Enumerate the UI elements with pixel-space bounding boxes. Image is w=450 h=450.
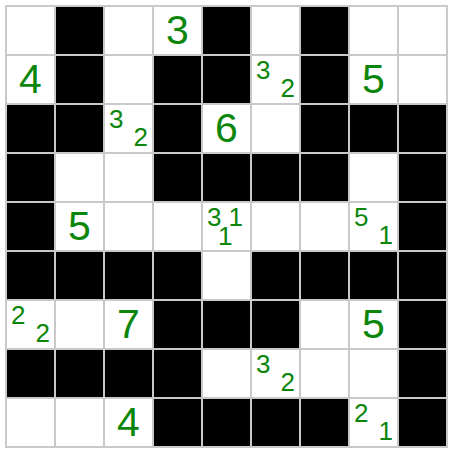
wall-cell-r9c7[interactable] xyxy=(301,399,348,446)
wall-cell-r1c2[interactable] xyxy=(56,7,103,54)
clue-number: 5 xyxy=(350,301,397,348)
wall-cell-r6c9[interactable] xyxy=(399,252,446,299)
wall-cell-r5c9[interactable] xyxy=(399,203,446,250)
empty-cell-r1c1[interactable] xyxy=(7,7,54,54)
empty-cell-r3c6[interactable] xyxy=(252,105,299,152)
clue-number: 5 xyxy=(354,204,368,231)
wall-cell-r8c2[interactable] xyxy=(56,350,103,397)
empty-cell-r1c8[interactable] xyxy=(350,7,397,54)
clue-cell-r9c8: 21 xyxy=(350,399,397,446)
wall-cell-r2c5[interactable] xyxy=(203,56,250,103)
empty-cell-r8c5[interactable] xyxy=(203,350,250,397)
clue-number: 4 xyxy=(105,399,152,446)
wall-cell-r4c1[interactable] xyxy=(7,154,54,201)
wall-cell-r8c9[interactable] xyxy=(399,350,446,397)
clue-number: 2 xyxy=(354,400,368,427)
wall-cell-r8c1[interactable] xyxy=(7,350,54,397)
clue-number: 3 xyxy=(256,351,270,378)
wall-cell-r2c4[interactable] xyxy=(154,56,201,103)
wall-cell-r3c2[interactable] xyxy=(56,105,103,152)
wall-cell-r4c9[interactable] xyxy=(399,154,446,201)
clue-number: 1 xyxy=(379,418,393,445)
empty-cell-r1c6[interactable] xyxy=(252,7,299,54)
wall-cell-r6c1[interactable] xyxy=(7,252,54,299)
empty-cell-r2c9[interactable] xyxy=(399,56,446,103)
clue-cell-r3c3: 32 xyxy=(105,105,152,152)
clue-number: 1 xyxy=(379,222,393,249)
wall-cell-r9c5[interactable] xyxy=(203,399,250,446)
empty-cell-r6c5[interactable] xyxy=(203,252,250,299)
empty-cell-r1c9[interactable] xyxy=(399,7,446,54)
clue-cell-r1c4: 3 xyxy=(154,7,201,54)
wall-cell-r6c2[interactable] xyxy=(56,252,103,299)
clue-number: 3 xyxy=(256,57,270,84)
clue-cell-r3c5: 6 xyxy=(203,105,250,152)
wall-cell-r1c5[interactable] xyxy=(203,7,250,54)
clue-cell-r2c8: 5 xyxy=(350,56,397,103)
wall-cell-r3c8[interactable] xyxy=(350,105,397,152)
wall-cell-r3c1[interactable] xyxy=(7,105,54,152)
clue-cell-r5c8: 51 xyxy=(350,203,397,250)
wall-cell-r7c5[interactable] xyxy=(203,301,250,348)
empty-cell-r4c2[interactable] xyxy=(56,154,103,201)
clue-cell-r7c8: 5 xyxy=(350,301,397,348)
empty-cell-r2c3[interactable] xyxy=(105,56,152,103)
empty-cell-r7c7[interactable] xyxy=(301,301,348,348)
clue-cell-r2c1: 4 xyxy=(7,56,54,103)
empty-cell-r9c2[interactable] xyxy=(56,399,103,446)
wall-cell-r4c4[interactable] xyxy=(154,154,201,201)
empty-cell-r5c7[interactable] xyxy=(301,203,348,250)
empty-cell-r5c4[interactable] xyxy=(154,203,201,250)
wall-cell-r5c1[interactable] xyxy=(7,203,54,250)
clue-cell-r7c3: 7 xyxy=(105,301,152,348)
clue-number: 3 xyxy=(109,106,123,133)
clue-number: 2 xyxy=(11,302,25,329)
wall-cell-r7c6[interactable] xyxy=(252,301,299,348)
clue-number: 5 xyxy=(56,203,103,250)
clue-number: 2 xyxy=(36,320,50,347)
wall-cell-r2c2[interactable] xyxy=(56,56,103,103)
empty-cell-r4c3[interactable] xyxy=(105,154,152,201)
wall-cell-r6c6[interactable] xyxy=(252,252,299,299)
clue-cell-r9c3: 4 xyxy=(105,399,152,446)
empty-cell-r8c7[interactable] xyxy=(301,350,348,397)
empty-cell-r4c8[interactable] xyxy=(350,154,397,201)
tapa-board: 34325326531151227532421 xyxy=(5,5,448,448)
wall-cell-r6c7[interactable] xyxy=(301,252,348,299)
clue-cell-r8c6: 32 xyxy=(252,350,299,397)
clue-number: 3 xyxy=(154,7,201,54)
wall-cell-r9c4[interactable] xyxy=(154,399,201,446)
empty-cell-r7c2[interactable] xyxy=(56,301,103,348)
wall-cell-r6c8[interactable] xyxy=(350,252,397,299)
clue-number: 2 xyxy=(134,124,148,151)
wall-cell-r1c7[interactable] xyxy=(301,7,348,54)
wall-cell-r8c4[interactable] xyxy=(154,350,201,397)
wall-cell-r7c9[interactable] xyxy=(399,301,446,348)
wall-cell-r8c3[interactable] xyxy=(105,350,152,397)
wall-cell-r2c7[interactable] xyxy=(301,56,348,103)
clue-cell-r7c1: 22 xyxy=(7,301,54,348)
wall-cell-r6c4[interactable] xyxy=(154,252,201,299)
wall-cell-r4c6[interactable] xyxy=(252,154,299,201)
clue-number: 2 xyxy=(281,75,295,102)
clue-number: 2 xyxy=(281,369,295,396)
wall-cell-r3c7[interactable] xyxy=(301,105,348,152)
clue-cell-r5c5: 311 xyxy=(203,203,250,250)
clue-number: 1 xyxy=(218,223,232,250)
clue-number: 6 xyxy=(203,105,250,152)
clue-number: 4 xyxy=(7,56,54,103)
clue-number: 5 xyxy=(350,56,397,103)
empty-cell-r5c3[interactable] xyxy=(105,203,152,250)
wall-cell-r7c4[interactable] xyxy=(154,301,201,348)
wall-cell-r4c7[interactable] xyxy=(301,154,348,201)
wall-cell-r4c5[interactable] xyxy=(203,154,250,201)
wall-cell-r9c6[interactable] xyxy=(252,399,299,446)
clue-cell-r5c2: 5 xyxy=(56,203,103,250)
empty-cell-r5c6[interactable] xyxy=(252,203,299,250)
wall-cell-r3c9[interactable] xyxy=(399,105,446,152)
wall-cell-r6c3[interactable] xyxy=(105,252,152,299)
wall-cell-r9c9[interactable] xyxy=(399,399,446,446)
wall-cell-r3c4[interactable] xyxy=(154,105,201,152)
clue-cell-r2c6: 32 xyxy=(252,56,299,103)
empty-cell-r1c3[interactable] xyxy=(105,7,152,54)
clue-number: 7 xyxy=(105,301,152,348)
empty-cell-r8c8[interactable] xyxy=(350,350,397,397)
empty-cell-r9c1[interactable] xyxy=(7,399,54,446)
